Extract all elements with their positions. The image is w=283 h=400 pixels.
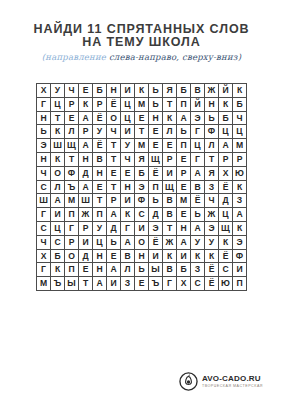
grid-cell-r5c12[interactable]: Ц [191, 139, 205, 153]
grid-cell-r6c4[interactable]: Н [79, 153, 93, 167]
grid-cell-r2c6[interactable]: Ё [107, 98, 121, 112]
grid-cell-r5c2[interactable]: Ш [51, 139, 65, 153]
grid-cell-r5c3[interactable]: Щ [65, 139, 79, 153]
grid-cell-r10c13[interactable]: Ж [205, 208, 219, 222]
page-title: НАЙДИ 11 СПРЯТАННЫХ СЛОВ НА ТЕМУ ШКОЛА [0, 23, 283, 49]
grid-cell-r1c6[interactable]: Н [107, 84, 121, 98]
grid-cell-r2c9[interactable]: Ь [149, 98, 163, 112]
grid-cell-r6c10[interactable]: Р [163, 153, 177, 167]
grid-cell-r10c2[interactable]: И [51, 208, 65, 222]
grid-cell-r15c6[interactable]: И [107, 277, 121, 291]
grid-cell-r4c12[interactable]: Г [191, 125, 205, 139]
grid-cell-r15c9[interactable]: Ъ [149, 277, 163, 291]
grid-cell-r6c13[interactable]: Т [205, 153, 219, 167]
grid-cell-r3c1[interactable]: Н [37, 112, 51, 126]
grid-cell-r15c2[interactable]: Ъ [51, 277, 65, 291]
grid-wrapper: ХУЧЕБНИКЬЯБВЖЙКГЦРКРЁЦМЬТПЙНКБНТЕАЁОЦЕНК… [0, 83, 283, 291]
grid-cell-r9c14[interactable]: Д [219, 194, 233, 208]
grid-cell-r11c3[interactable]: Г [65, 222, 79, 236]
grid-cell-r2c13[interactable]: Н [205, 98, 219, 112]
grid-cell-r13c5[interactable]: Н [93, 250, 107, 264]
grid-cell-r10c3[interactable]: П [65, 208, 79, 222]
grid-cell-r1c14[interactable]: Й [219, 84, 233, 98]
grid-cell-r3c11[interactable]: А [177, 112, 191, 126]
grid-cell-r11c2[interactable]: Ц [51, 222, 65, 236]
grid-cell-r10c14[interactable]: Ц [219, 208, 233, 222]
grid-cell-r15c3[interactable]: Ы [65, 277, 79, 291]
grid-cell-r14c14[interactable]: С [219, 263, 233, 277]
title-line-2: НА ТЕМУ ШКОЛА [82, 35, 200, 49]
grid-cell-r11c9[interactable]: Э [149, 222, 163, 236]
grid-cell-r5c14[interactable]: А [219, 139, 233, 153]
grid-cell-r14c5[interactable]: Н [93, 263, 107, 277]
grid-cell-r12c10[interactable]: Ж [163, 236, 177, 250]
grid-cell-r1c10[interactable]: Я [163, 84, 177, 98]
grid-cell-r7c8[interactable]: Б [135, 167, 149, 181]
grid-cell-r2c15[interactable]: Б [233, 98, 247, 112]
grid-cell-r4c14[interactable]: Ц [219, 125, 233, 139]
grid-cell-r2c12[interactable]: Й [191, 98, 205, 112]
footer-logo: AVO-CADO.RU ТВОРЧЕСКАЯ МАСТЕРСКАЯ [179, 372, 263, 391]
grid-cell-r6c3[interactable]: Т [65, 153, 79, 167]
grid-cell-r7c5[interactable]: Н [93, 167, 107, 181]
grid-cell-r3c4[interactable]: А [79, 112, 93, 126]
grid-cell-r9c13[interactable]: Ч [205, 194, 219, 208]
grid-cell-r14c15[interactable]: И [233, 263, 247, 277]
grid-cell-r14c7[interactable]: Л [121, 263, 135, 277]
logo-text: AVO-CADO.RU ТВОРЧЕСКАЯ МАСТЕРСКАЯ [202, 375, 263, 389]
grid-cell-r3c15[interactable]: Ч [233, 112, 247, 126]
grid-cell-r12c14[interactable]: К [219, 236, 233, 250]
grid-cell-r1c1[interactable]: Х [37, 84, 51, 98]
grid-cell-r11c7[interactable]: Г [121, 222, 135, 236]
grid-cell-r1c15[interactable]: К [233, 84, 247, 98]
direction-hint-word: (направление [42, 52, 106, 62]
grid-cell-r13c11[interactable]: И [177, 250, 191, 264]
grid-cell-r9c12[interactable]: Ё [191, 194, 205, 208]
grid-cell-r3c14[interactable]: Б [219, 112, 233, 126]
grid-cell-r7c3[interactable]: Ф [65, 167, 79, 181]
grid-cell-r9c8[interactable]: Ф [135, 194, 149, 208]
grid-cell-r11c15[interactable]: К [233, 222, 247, 236]
grid-cell-r10c5[interactable]: П [93, 208, 107, 222]
grid-cell-r10c8[interactable]: С [135, 208, 149, 222]
grid-cell-r13c15[interactable]: Ф [233, 250, 247, 264]
grid-cell-r3c13[interactable]: Ь [205, 112, 219, 126]
grid-cell-r2c1[interactable]: Г [37, 98, 51, 112]
grid-cell-r15c4[interactable]: Т [79, 277, 93, 291]
grid-cell-r5c5[interactable]: Ё [93, 139, 107, 153]
grid-cell-r4c1[interactable]: Ь [37, 125, 51, 139]
grid-cell-r4c6[interactable]: Ч [107, 125, 121, 139]
grid-cell-r7c15[interactable]: Ю [233, 167, 247, 181]
grid-cell-r11c1[interactable]: С [37, 222, 51, 236]
grid-cell-r10c1[interactable]: Г [37, 208, 51, 222]
brand-tagline: ТВОРЧЕСКАЯ МАСТЕРСКАЯ [202, 384, 263, 389]
grid-cell-r6c15[interactable]: Р [233, 153, 247, 167]
grid-cell-r7c13[interactable]: Я [205, 167, 219, 181]
grid-cell-r10c11[interactable]: Е [177, 208, 191, 222]
worksheet-page: НАЙДИ 11 СПРЯТАННЫХ СЛОВ НА ТЕМУ ШКОЛА (… [0, 0, 283, 400]
grid-cell-r13c8[interactable]: Н [135, 250, 149, 264]
grid-cell-r6c9[interactable]: Щ [149, 153, 163, 167]
grid-cell-r6c14[interactable]: Р [219, 153, 233, 167]
grid-cell-r13c1[interactable]: Х [37, 250, 51, 264]
grid-cell-r14c3[interactable]: П [65, 263, 79, 277]
grid-cell-r7c12[interactable]: А [191, 167, 205, 181]
grid-cell-r1c8[interactable]: К [135, 84, 149, 98]
grid-cell-r2c7[interactable]: Ц [121, 98, 135, 112]
grid-cell-r12c5[interactable]: Ц [93, 236, 107, 250]
grid-cell-r13c7[interactable]: В [121, 250, 135, 264]
grid-cell-r1c2[interactable]: У [51, 84, 65, 98]
grid-cell-r9c7[interactable]: И [121, 194, 135, 208]
grid-cell-r12c6[interactable]: Ь [107, 236, 121, 250]
direction-hint-rest: слева-направо, сверху-вниз) [106, 52, 241, 62]
grid-cell-r5c11[interactable]: П [177, 139, 191, 153]
grid-cell-r10c6[interactable]: А [107, 208, 121, 222]
grid-cell-r5c4[interactable]: А [79, 139, 93, 153]
grid-cell-r8c2[interactable]: Л [51, 181, 65, 195]
grid-cell-r4c8[interactable]: Т [135, 125, 149, 139]
grid-cell-r2c3[interactable]: Р [65, 98, 79, 112]
grid-cell-r8c7[interactable]: Н [121, 181, 135, 195]
grid-cell-r4c10[interactable]: Л [163, 125, 177, 139]
grid-cell-r1c3[interactable]: Ч [65, 84, 79, 98]
grid-cell-r12c2[interactable]: С [51, 236, 65, 250]
grid-cell-r1c9[interactable]: Ь [149, 84, 163, 98]
brand-name: AVO-CADO.RU [202, 375, 263, 383]
grid-cell-r3c10[interactable]: К [163, 112, 177, 126]
grid-cell-r5c9[interactable]: Е [149, 139, 163, 153]
grid-cell-r14c10[interactable]: В [163, 263, 177, 277]
grid-cell-r15c11[interactable]: Х [177, 277, 191, 291]
grid-cell-r1c5[interactable]: Б [93, 84, 107, 98]
grid-cell-r13c13[interactable]: К [205, 250, 219, 264]
grid-cell-r5c1[interactable]: Э [37, 139, 51, 153]
grid-cell-r14c6[interactable]: А [107, 263, 121, 277]
grid-cell-r5c10[interactable]: Е [163, 139, 177, 153]
grid-cell-r6c2[interactable]: К [51, 153, 65, 167]
grid-cell-r6c8[interactable]: Я [135, 153, 149, 167]
header: НАЙДИ 11 СПРЯТАННЫХ СЛОВ НА ТЕМУ ШКОЛА (… [0, 0, 283, 62]
grid-cell-r11c6[interactable]: Д [107, 222, 121, 236]
grid-cell-r3c2[interactable]: Т [51, 112, 65, 126]
grid-cell-r13c10[interactable]: К [163, 250, 177, 264]
grid-cell-r9c11[interactable]: М [177, 194, 191, 208]
grid-cell-r9c15[interactable]: З [233, 194, 247, 208]
grid-cell-r8c6[interactable]: Т [107, 181, 121, 195]
grid-cell-r14c11[interactable]: Б [177, 263, 191, 277]
grid-cell-r15c14[interactable]: Ю [219, 277, 233, 291]
grid-cell-r11c8[interactable]: И [135, 222, 149, 236]
grid-cell-r15c8[interactable]: Е [135, 277, 149, 291]
grid-cell-r5c7[interactable]: У [121, 139, 135, 153]
grid-cell-r10c15[interactable]: А [233, 208, 247, 222]
grid-cell-r11c10[interactable]: Т [163, 222, 177, 236]
grid-cell-r13c4[interactable]: Д [79, 250, 93, 264]
grid-cell-r9c10[interactable]: В [163, 194, 177, 208]
grid-cell-r12c11[interactable]: А [177, 236, 191, 250]
grid-cell-r8c14[interactable]: Ё [219, 181, 233, 195]
grid-cell-r1c13[interactable]: Ж [205, 84, 219, 98]
grid-cell-r8c13[interactable]: З [205, 181, 219, 195]
grid-cell-r1c11[interactable]: Б [177, 84, 191, 98]
grid-cell-r2c8[interactable]: М [135, 98, 149, 112]
grid-cell-r10c12[interactable]: Ь [191, 208, 205, 222]
grid-cell-r3c12[interactable]: Э [191, 112, 205, 126]
grid-cell-r3c3[interactable]: Е [65, 112, 79, 126]
grid-cell-r14c9[interactable]: Ы [149, 263, 163, 277]
grid-cell-r7c10[interactable]: И [163, 167, 177, 181]
grid-cell-r14c8[interactable]: Ь [135, 263, 149, 277]
grid-cell-r6c11[interactable]: Е [177, 153, 191, 167]
grid-cell-r8c11[interactable]: Е [177, 181, 191, 195]
title-line-1: НАЙДИ 11 СПРЯТАННЫХ СЛОВ [34, 22, 250, 36]
grid-cell-r13c2[interactable]: Б [51, 250, 65, 264]
grid-cell-r3c8[interactable]: Е [135, 112, 149, 126]
grid-cell-r13c9[interactable]: И [149, 250, 163, 264]
grid-cell-r15c7[interactable]: З [121, 277, 135, 291]
grid-cell-r15c15[interactable]: П [233, 277, 247, 291]
grid-cell-r6c12[interactable]: Г [191, 153, 205, 167]
grid-cell-r11c5[interactable]: У [93, 222, 107, 236]
grid-cell-r2c11[interactable]: П [177, 98, 191, 112]
grid-cell-r10c4[interactable]: Ж [79, 208, 93, 222]
grid-cell-r12c7[interactable]: А [121, 236, 135, 250]
grid-cell-r4c5[interactable]: У [93, 125, 107, 139]
grid-cell-r10c7[interactable]: К [121, 208, 135, 222]
grid-cell-r2c4[interactable]: К [79, 98, 93, 112]
grid-cell-r12c8[interactable]: О [135, 236, 149, 250]
grid-cell-r8c4[interactable]: А [79, 181, 93, 195]
grid-cell-r13c12[interactable]: К [191, 250, 205, 264]
direction-hint: (направление слева-направо, сверху-вниз) [0, 52, 283, 62]
grid-cell-r1c12[interactable]: В [191, 84, 205, 98]
grid-cell-r9c2[interactable]: А [51, 194, 65, 208]
grid-cell-r7c14[interactable]: Х [219, 167, 233, 181]
grid-cell-r5c6[interactable]: Т [107, 139, 121, 153]
word-search-grid[interactable]: ХУЧЕБНИКЬЯБВЖЙКГЦРКРЁЦМЬТПЙНКБНТЕАЁОЦЕНК… [36, 83, 247, 291]
grid-cell-r8c3[interactable]: Ъ [65, 181, 79, 195]
grid-cell-r12c3[interactable]: Р [65, 236, 79, 250]
grid-cell-r14c1[interactable]: Г [37, 263, 51, 277]
grid-cell-r3c9[interactable]: Н [149, 112, 163, 126]
grid-cell-r8c9[interactable]: П [149, 181, 163, 195]
grid-cell-r4c4[interactable]: Р [79, 125, 93, 139]
grid-cell-r12c9[interactable]: Ё [149, 236, 163, 250]
grid-cell-r13c3[interactable]: О [65, 250, 79, 264]
grid-cell-r2c5[interactable]: Р [93, 98, 107, 112]
grid-cell-r7c7[interactable]: Е [121, 167, 135, 181]
grid-cell-r7c11[interactable]: Р [177, 167, 191, 181]
grid-cell-r11c12[interactable]: А [191, 222, 205, 236]
grid-cell-r2c2[interactable]: Ц [51, 98, 65, 112]
grid-cell-r15c5[interactable]: А [93, 277, 107, 291]
avocado-icon [179, 372, 198, 391]
grid-cell-r9c6[interactable]: Р [107, 194, 121, 208]
grid-cell-r9c5[interactable]: Т [93, 194, 107, 208]
grid-cell-r7c2[interactable]: О [51, 167, 65, 181]
grid-cell-r15c12[interactable]: С [191, 277, 205, 291]
grid-cell-r9c9[interactable]: Ь [149, 194, 163, 208]
grid-cell-r8c1[interactable]: С [37, 181, 51, 195]
grid-cell-r8c10[interactable]: Щ [163, 181, 177, 195]
grid-cell-r8c12[interactable]: В [191, 181, 205, 195]
grid-cell-r10c10[interactable]: В [163, 208, 177, 222]
grid-cell-r4c2[interactable]: К [51, 125, 65, 139]
grid-cell-r6c6[interactable]: Т [107, 153, 121, 167]
grid-cell-r3c7[interactable]: Ц [121, 112, 135, 126]
grid-cell-r9c4[interactable]: Ш [79, 194, 93, 208]
grid-cell-r12c15[interactable]: Э [233, 236, 247, 250]
grid-cell-r15c13[interactable]: Ё [205, 277, 219, 291]
grid-cell-r12c13[interactable]: У [205, 236, 219, 250]
grid-cell-r4c3[interactable]: Л [65, 125, 79, 139]
grid-cell-r4c9[interactable]: Е [149, 125, 163, 139]
grid-cell-r11c13[interactable]: Э [205, 222, 219, 236]
grid-cell-r15c1[interactable]: М [37, 277, 51, 291]
grid-cell-r4c15[interactable]: Ц [233, 125, 247, 139]
grid-cell-r9c3[interactable]: М [65, 194, 79, 208]
grid-cell-r12c12[interactable]: У [191, 236, 205, 250]
grid-cell-r10c9[interactable]: Д [149, 208, 163, 222]
grid-cell-r7c1[interactable]: Ч [37, 167, 51, 181]
grid-cell-r13c14[interactable]: Ё [219, 250, 233, 264]
grid-cell-r7c6[interactable]: Е [107, 167, 121, 181]
grid-cell-r3c5[interactable]: Ё [93, 112, 107, 126]
grid-cell-r11c14[interactable]: Щ [219, 222, 233, 236]
grid-cell-r8c5[interactable]: Е [93, 181, 107, 195]
grid-cell-r3c6[interactable]: О [107, 112, 121, 126]
grid-cell-r14c13[interactable]: Ё [205, 263, 219, 277]
grid-cell-r4c13[interactable]: Ф [205, 125, 219, 139]
grid-cell-r5c8[interactable]: М [135, 139, 149, 153]
grid-cell-r8c8[interactable]: Э [135, 181, 149, 195]
grid-cell-r14c2[interactable]: К [51, 263, 65, 277]
grid-cell-r1c7[interactable]: И [121, 84, 135, 98]
grid-cell-r15c10[interactable]: Г [163, 277, 177, 291]
grid-cell-r11c4[interactable]: Р [79, 222, 93, 236]
grid-cell-r13c6[interactable]: Е [107, 250, 121, 264]
grid-cell-r14c4[interactable]: Е [79, 263, 93, 277]
grid-cell-r6c1[interactable]: Н [37, 153, 51, 167]
grid-cell-r12c4[interactable]: И [79, 236, 93, 250]
grid-cell-r7c9[interactable]: Ё [149, 167, 163, 181]
grid-cell-r7c4[interactable]: Д [79, 167, 93, 181]
grid-cell-r14c12[interactable]: З [191, 263, 205, 277]
grid-cell-r9c1[interactable]: Ш [37, 194, 51, 208]
grid-cell-r6c5[interactable]: В [93, 153, 107, 167]
grid-cell-r4c11[interactable]: Ь [177, 125, 191, 139]
grid-cell-r5c13[interactable]: Л [205, 139, 219, 153]
grid-cell-r2c10[interactable]: Т [163, 98, 177, 112]
grid-cell-r11c11[interactable]: Н [177, 222, 191, 236]
grid-cell-r12c1[interactable]: Ч [37, 236, 51, 250]
grid-cell-r5c15[interactable]: М [233, 139, 247, 153]
grid-cell-r4c7[interactable]: И [121, 125, 135, 139]
grid-cell-r2c14[interactable]: К [219, 98, 233, 112]
grid-cell-r1c4[interactable]: Е [79, 84, 93, 98]
grid-cell-r8c15[interactable]: К [233, 181, 247, 195]
grid-cell-r6c7[interactable]: Ч [121, 153, 135, 167]
